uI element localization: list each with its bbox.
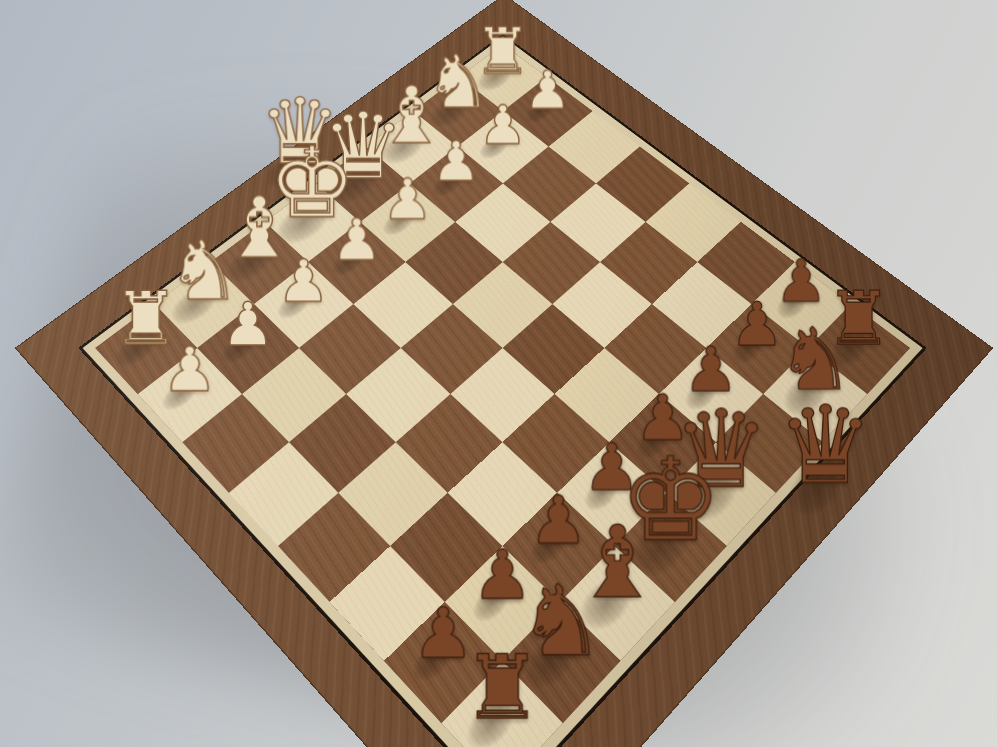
board-scene: ♜♞♛♚♝♞♜♟♟♟♟♟♟♟♟♟♟♟♟♟♟♟♟♜♞♝♛♚♝♞♜ ♛♛ xyxy=(0,0,997,747)
chess-board: ♜♞♛♚♝♞♜♟♟♟♟♟♟♟♟♟♟♟♟♟♟♟♟♜♞♝♛♚♝♞♜ ♛♛ xyxy=(15,0,994,747)
square-d3[interactable] xyxy=(405,222,502,304)
white-pawn-glyph: ♟ xyxy=(128,339,251,400)
square-h8[interactable]: ♜ xyxy=(441,661,562,747)
photo-background: ♜♞♛♚♝♞♜♟♟♟♟♟♟♟♟♟♟♟♟♟♟♟♟♜♞♝♛♚♝♞♜ ♛♛ xyxy=(0,0,997,747)
black-rook-glyph: ♜ xyxy=(431,644,574,732)
square-h2[interactable]: ♟ xyxy=(138,348,242,442)
